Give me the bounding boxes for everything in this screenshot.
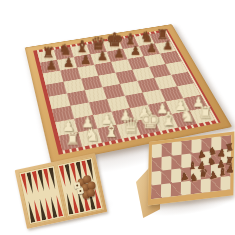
magnetic-piece-12: ♛ [198, 169, 208, 179]
black-pawn: ♟ [46, 59, 57, 72]
white-knight: ♞ [84, 126, 100, 144]
square-c1: ♝ [98, 125, 122, 143]
black-pawn: ♟ [80, 53, 91, 66]
black-pawn: ♟ [162, 40, 173, 52]
right-point-bottom-1-dark [65, 192, 74, 214]
magnetic-piece-11: ♞ [189, 173, 198, 184]
magnetic-piece-10: ♟ [179, 171, 189, 183]
left-point-bottom-1-dark [26, 200, 35, 222]
black-pawn: ♟ [97, 50, 108, 62]
white-bishop: ♝ [103, 121, 120, 140]
magnetic-piece-4: ♜ [225, 142, 235, 154]
white-knight: ♞ [179, 108, 195, 125]
folded-board-face: ♟♞♟♜♝♟♞♟♜♟♞♛♟♝♟ [148, 132, 234, 206]
product-photo-canvas: ♜♞♝♛♚♝♞♜♟♟♟♟♟♟♟♟♟♟♟♟♟♟♟♟♜♞♝♛♚♝♞♜ ♟♞♟♜♝♟♞… [0, 0, 235, 235]
black-pawn: ♟ [146, 42, 157, 54]
white-bishop: ♝ [160, 110, 177, 129]
square-b1: ♞ [78, 129, 102, 147]
magnetic-piece-13: ♟ [208, 170, 218, 182]
left-bottom-points [26, 195, 63, 223]
black-pawn: ♟ [63, 56, 74, 69]
backgammon-die-2 [77, 187, 84, 194]
square-a1: ♜ [59, 132, 83, 150]
square-f5 [132, 67, 154, 81]
magnetic-piece-7: ♞ [207, 156, 217, 168]
white-rook: ♜ [198, 105, 212, 121]
black-pawn: ♟ [130, 45, 141, 57]
folded-board-view: ♟♞♟♜♝♟♞♟♜♟♞♛♟♝♟ [134, 132, 235, 224]
left-top-points [21, 167, 58, 195]
black-pawn: ♟ [113, 48, 124, 60]
left-point-top-6-dark [48, 167, 57, 189]
magnetic-piece-15: ♟ [225, 164, 235, 174]
white-rook: ♜ [65, 131, 80, 148]
white-king: ♚ [140, 109, 161, 132]
